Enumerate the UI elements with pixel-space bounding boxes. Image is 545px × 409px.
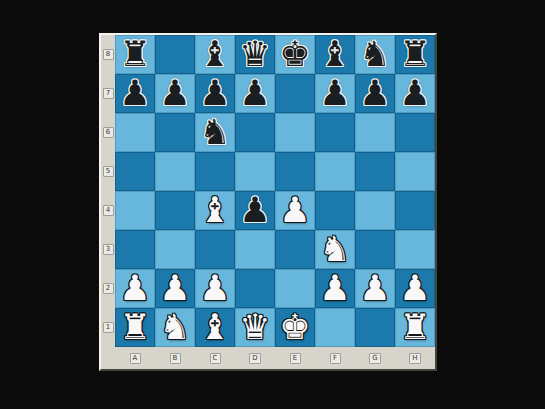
square-h3[interactable] [395, 230, 435, 269]
square-b7[interactable]: ♟ [155, 74, 195, 113]
white-queen[interactable]: ♛ [235, 308, 275, 347]
black-pawn[interactable]: ♟ [155, 74, 195, 113]
square-e6[interactable] [275, 113, 315, 152]
square-f1[interactable] [315, 308, 355, 347]
square-b2[interactable]: ♟ [155, 269, 195, 308]
square-h5[interactable] [395, 152, 435, 191]
square-a6[interactable] [115, 113, 155, 152]
square-f5[interactable] [315, 152, 355, 191]
file-label-e: E [275, 353, 315, 364]
file-label-text: A [130, 353, 141, 364]
square-a7[interactable]: ♟ [115, 74, 155, 113]
white-rook[interactable]: ♜ [395, 308, 435, 347]
rank-label-text: 4 [103, 205, 114, 216]
square-h2[interactable]: ♟ [395, 269, 435, 308]
white-pawn[interactable]: ♟ [315, 269, 355, 308]
black-pawn[interactable]: ♟ [235, 74, 275, 113]
white-pawn[interactable]: ♟ [155, 269, 195, 308]
square-g4[interactable] [355, 191, 395, 230]
square-c6[interactable]: ♞ [195, 113, 235, 152]
file-labels: ABCDEFGH [115, 347, 435, 369]
white-pawn[interactable]: ♟ [275, 191, 315, 230]
square-e7[interactable] [275, 74, 315, 113]
rank-label-text: 5 [103, 166, 114, 177]
black-pawn[interactable]: ♟ [115, 74, 155, 113]
black-pawn[interactable]: ♟ [315, 74, 355, 113]
rank-label-1: 1 [101, 308, 115, 347]
square-b1[interactable]: ♞ [155, 308, 195, 347]
file-label-text: E [290, 353, 301, 364]
square-b4[interactable] [155, 191, 195, 230]
file-label-f: F [315, 353, 355, 364]
square-c5[interactable] [195, 152, 235, 191]
rank-label-text: 1 [103, 322, 114, 333]
file-label-d: D [235, 353, 275, 364]
file-label-text: G [369, 353, 380, 364]
file-label-c: C [195, 353, 235, 364]
rank-label-7: 7 [101, 74, 115, 113]
square-f4[interactable] [315, 191, 355, 230]
square-b8[interactable] [155, 35, 195, 74]
square-e1[interactable]: ♚ [275, 308, 315, 347]
square-d7[interactable]: ♟ [235, 74, 275, 113]
white-bishop[interactable]: ♝ [195, 308, 235, 347]
white-pawn[interactable]: ♟ [355, 269, 395, 308]
square-e2[interactable] [275, 269, 315, 308]
square-d6[interactable] [235, 113, 275, 152]
black-pawn[interactable]: ♟ [395, 74, 435, 113]
white-pawn[interactable]: ♟ [395, 269, 435, 308]
square-g3[interactable] [355, 230, 395, 269]
white-knight[interactable]: ♞ [315, 230, 355, 269]
square-a3[interactable] [115, 230, 155, 269]
square-e4[interactable]: ♟ [275, 191, 315, 230]
rank-label-5: 5 [101, 152, 115, 191]
black-bishop[interactable]: ♝ [315, 35, 355, 74]
white-pawn[interactable]: ♟ [115, 269, 155, 308]
square-b5[interactable] [155, 152, 195, 191]
rank-label-text: 3 [103, 244, 114, 255]
square-d4[interactable]: ♟ [235, 191, 275, 230]
rank-labels: 87654321 [101, 35, 115, 347]
black-pawn[interactable]: ♟ [355, 74, 395, 113]
rank-label-text: 2 [103, 283, 114, 294]
video-frame: 87654321 ♜♝♛♚♝♞♜♟♟♟♟♟♟♟♞♝♟♟♞♟♟♟♟♟♟♜♞♝♛♚♜… [0, 0, 545, 409]
square-e3[interactable] [275, 230, 315, 269]
square-b3[interactable] [155, 230, 195, 269]
white-pawn[interactable]: ♟ [195, 269, 235, 308]
square-a2[interactable]: ♟ [115, 269, 155, 308]
chessboard[interactable]: ♜♝♛♚♝♞♜♟♟♟♟♟♟♟♞♝♟♟♞♟♟♟♟♟♟♜♞♝♛♚♜ [115, 35, 435, 347]
rank-label-text: 7 [103, 88, 114, 99]
square-g7[interactable]: ♟ [355, 74, 395, 113]
square-c4[interactable]: ♝ [195, 191, 235, 230]
square-f7[interactable]: ♟ [315, 74, 355, 113]
rank-label-3: 3 [101, 230, 115, 269]
square-e5[interactable] [275, 152, 315, 191]
square-d1[interactable]: ♛ [235, 308, 275, 347]
square-g5[interactable] [355, 152, 395, 191]
square-a4[interactable] [115, 191, 155, 230]
coordinate-corner [101, 347, 115, 369]
square-a1[interactable]: ♜ [115, 308, 155, 347]
file-label-h: H [395, 353, 435, 364]
file-label-text: F [330, 353, 341, 364]
square-f2[interactable]: ♟ [315, 269, 355, 308]
square-c1[interactable]: ♝ [195, 308, 235, 347]
square-d5[interactable] [235, 152, 275, 191]
rank-label-8: 8 [101, 35, 115, 74]
square-h1[interactable]: ♜ [395, 308, 435, 347]
black-knight[interactable]: ♞ [355, 35, 395, 74]
square-d2[interactable] [235, 269, 275, 308]
square-f8[interactable]: ♝ [315, 35, 355, 74]
file-label-text: D [249, 353, 260, 364]
file-label-g: G [355, 353, 395, 364]
square-c8[interactable]: ♝ [195, 35, 235, 74]
square-d3[interactable] [235, 230, 275, 269]
square-c3[interactable] [195, 230, 235, 269]
black-rook[interactable]: ♜ [115, 35, 155, 74]
white-knight[interactable]: ♞ [155, 308, 195, 347]
square-h6[interactable] [395, 113, 435, 152]
black-king[interactable]: ♚ [275, 35, 315, 74]
white-rook[interactable]: ♜ [115, 308, 155, 347]
square-h7[interactable]: ♟ [395, 74, 435, 113]
square-b6[interactable] [155, 113, 195, 152]
black-knight[interactable]: ♞ [195, 113, 235, 152]
rank-label-2: 2 [101, 269, 115, 308]
black-pawn[interactable]: ♟ [235, 191, 275, 230]
square-c7[interactable]: ♟ [195, 74, 235, 113]
square-g8[interactable]: ♞ [355, 35, 395, 74]
square-a8[interactable]: ♜ [115, 35, 155, 74]
file-label-text: H [409, 353, 420, 364]
black-rook[interactable]: ♜ [395, 35, 435, 74]
white-bishop[interactable]: ♝ [195, 191, 235, 230]
square-c2[interactable]: ♟ [195, 269, 235, 308]
square-f6[interactable] [315, 113, 355, 152]
rank-label-4: 4 [101, 191, 115, 230]
square-g6[interactable] [355, 113, 395, 152]
square-d8[interactable]: ♛ [235, 35, 275, 74]
file-label-b: B [155, 353, 195, 364]
black-queen[interactable]: ♛ [235, 35, 275, 74]
square-g1[interactable] [355, 308, 395, 347]
square-h8[interactable]: ♜ [395, 35, 435, 74]
black-bishop[interactable]: ♝ [195, 35, 235, 74]
file-label-text: B [170, 353, 181, 364]
square-a5[interactable] [115, 152, 155, 191]
white-king[interactable]: ♚ [275, 308, 315, 347]
square-f3[interactable]: ♞ [315, 230, 355, 269]
file-label-text: C [210, 353, 221, 364]
square-h4[interactable] [395, 191, 435, 230]
rank-label-6: 6 [101, 113, 115, 152]
rank-label-text: 6 [103, 127, 114, 138]
square-e8[interactable]: ♚ [275, 35, 315, 74]
rank-label-text: 8 [103, 49, 114, 60]
square-g2[interactable]: ♟ [355, 269, 395, 308]
black-pawn[interactable]: ♟ [195, 74, 235, 113]
file-label-a: A [115, 353, 155, 364]
chessboard-panel: 87654321 ♜♝♛♚♝♞♜♟♟♟♟♟♟♟♞♝♟♟♞♟♟♟♟♟♟♜♞♝♛♚♜… [99, 33, 437, 371]
